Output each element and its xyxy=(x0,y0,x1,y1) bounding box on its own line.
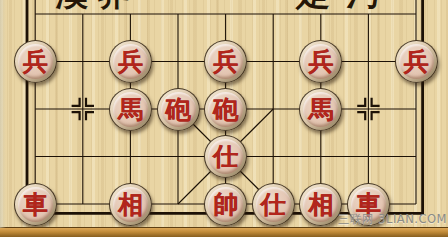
left-edge-shading xyxy=(0,0,6,228)
piece-glyph: 相 xyxy=(118,192,143,217)
piece-face: 砲 xyxy=(208,92,243,127)
piece-face: 車 xyxy=(18,187,53,222)
table-edge xyxy=(0,227,448,237)
piece-red-advisor[interactable]: 仕 xyxy=(204,135,247,178)
piece-glyph: 兵 xyxy=(118,49,143,74)
piece-glyph: 兵 xyxy=(23,49,48,74)
piece-glyph: 兵 xyxy=(404,49,429,74)
piece-face: 兵 xyxy=(399,44,434,79)
piece-red-soldier[interactable]: 兵 xyxy=(204,40,247,83)
piece-glyph: 仕 xyxy=(261,192,286,217)
piece-face: 相 xyxy=(113,187,148,222)
piece-glyph: 車 xyxy=(23,192,48,217)
piece-red-soldier[interactable]: 兵 xyxy=(109,40,152,83)
piece-red-elephant[interactable]: 相 xyxy=(299,183,342,226)
xiangqi-board: 漢界 楚河 兵兵兵兵兵馬砲砲馬仕車相帥仕相車 三联网 3LIAN.COM xyxy=(0,0,448,237)
piece-face: 兵 xyxy=(113,44,148,79)
piece-glyph: 仕 xyxy=(213,144,238,169)
piece-face: 相 xyxy=(303,187,338,222)
piece-red-chariot[interactable]: 車 xyxy=(14,183,57,226)
watermark: 三联网 3LIAN.COM xyxy=(338,212,447,227)
piece-red-horse[interactable]: 馬 xyxy=(299,88,342,131)
piece-glyph: 砲 xyxy=(213,97,238,122)
piece-red-horse[interactable]: 馬 xyxy=(109,88,152,131)
piece-face: 兵 xyxy=(18,44,53,79)
piece-red-cannon[interactable]: 砲 xyxy=(204,88,247,131)
piece-glyph: 馬 xyxy=(308,97,333,122)
piece-glyph: 馬 xyxy=(118,97,143,122)
piece-red-cannon[interactable]: 砲 xyxy=(157,88,200,131)
piece-face: 帥 xyxy=(208,187,243,222)
piece-red-general[interactable]: 帥 xyxy=(204,183,247,226)
piece-red-advisor[interactable]: 仕 xyxy=(252,183,295,226)
piece-face: 兵 xyxy=(303,44,338,79)
piece-red-soldier[interactable]: 兵 xyxy=(395,40,438,83)
piece-glyph: 相 xyxy=(308,192,333,217)
piece-red-soldier[interactable]: 兵 xyxy=(299,40,342,83)
piece-face: 砲 xyxy=(161,92,196,127)
piece-face: 仕 xyxy=(208,139,243,174)
piece-glyph: 帥 xyxy=(213,192,238,217)
piece-red-elephant[interactable]: 相 xyxy=(109,183,152,226)
piece-glyph: 砲 xyxy=(166,97,191,122)
piece-glyph: 兵 xyxy=(213,49,238,74)
piece-red-soldier[interactable]: 兵 xyxy=(14,40,57,83)
piece-face: 馬 xyxy=(113,92,148,127)
piece-face: 馬 xyxy=(303,92,338,127)
piece-face: 兵 xyxy=(208,44,243,79)
piece-glyph: 兵 xyxy=(308,49,333,74)
piece-face: 仕 xyxy=(256,187,291,222)
